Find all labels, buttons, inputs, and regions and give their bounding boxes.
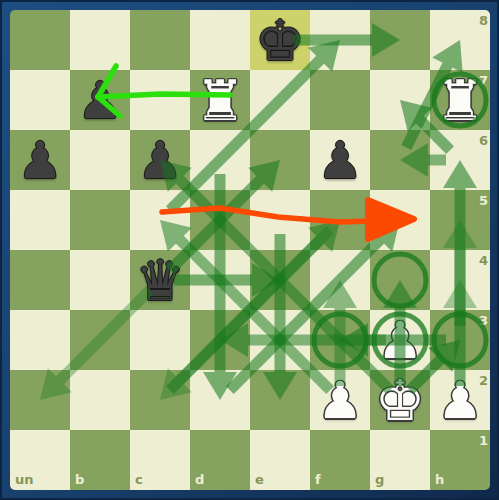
square-e6[interactable] xyxy=(250,130,310,190)
white-pawn-h2[interactable]: ♟ xyxy=(430,370,490,430)
square-b3[interactable] xyxy=(70,310,130,370)
square-b6[interactable] xyxy=(70,130,130,190)
square-d3[interactable] xyxy=(190,310,250,370)
black-pawn-a6[interactable]: ♟ xyxy=(10,130,70,190)
black-pawn-c6[interactable]: ♟ xyxy=(130,130,190,190)
file-label-c: c xyxy=(135,473,143,486)
rank-label-5: 5 xyxy=(479,194,488,207)
black-pawn-f6[interactable]: ♟ xyxy=(310,130,370,190)
square-a2[interactable] xyxy=(10,370,70,430)
file-label-e: e xyxy=(255,473,264,486)
white-pawn-f2[interactable]: ♟ xyxy=(310,370,370,430)
square-a8[interactable] xyxy=(10,10,70,70)
square-b2[interactable] xyxy=(70,370,130,430)
square-e7[interactable] xyxy=(250,70,310,130)
chess-board[interactable]: unbcdefgh87654321 ♚♟♜♜♟♟♟♛♟♟♚♟ xyxy=(10,10,490,490)
black-pawn-b7[interactable]: ♟ xyxy=(70,70,130,130)
square-f5[interactable] xyxy=(310,190,370,250)
square-c7[interactable] xyxy=(130,70,190,130)
square-d4[interactable] xyxy=(190,250,250,310)
square-f3[interactable] xyxy=(310,310,370,370)
square-d2[interactable] xyxy=(190,370,250,430)
square-e2[interactable] xyxy=(250,370,310,430)
square-b8[interactable] xyxy=(70,10,130,70)
square-a5[interactable] xyxy=(10,190,70,250)
square-d5[interactable] xyxy=(190,190,250,250)
square-f7[interactable] xyxy=(310,70,370,130)
square-e3[interactable] xyxy=(250,310,310,370)
square-g6[interactable] xyxy=(370,130,430,190)
square-c8[interactable] xyxy=(130,10,190,70)
white-king-g2[interactable]: ♚ xyxy=(370,370,430,430)
square-g8[interactable] xyxy=(370,10,430,70)
square-e5[interactable] xyxy=(250,190,310,250)
square-d8[interactable] xyxy=(190,10,250,70)
square-d6[interactable] xyxy=(190,130,250,190)
file-label-d: d xyxy=(195,473,204,486)
black-king-e8[interactable]: ♚ xyxy=(250,10,310,70)
black-queen-c4[interactable]: ♛ xyxy=(130,250,190,310)
white-rook-h7[interactable]: ♜ xyxy=(430,70,490,130)
square-f8[interactable] xyxy=(310,10,370,70)
rank-label-6: 6 xyxy=(479,134,488,147)
square-b5[interactable] xyxy=(70,190,130,250)
square-g5[interactable] xyxy=(370,190,430,250)
rank-label-4: 4 xyxy=(479,254,488,267)
square-a4[interactable] xyxy=(10,250,70,310)
white-pawn-g3[interactable]: ♟ xyxy=(370,310,430,370)
rank-label-3: 3 xyxy=(479,314,488,327)
square-c5[interactable] xyxy=(130,190,190,250)
rank-label-8: 8 xyxy=(479,14,488,27)
board-frame: unbcdefgh87654321 ♚♟♜♜♟♟♟♛♟♟♚♟ xyxy=(0,0,499,500)
square-a7[interactable] xyxy=(10,70,70,130)
square-c2[interactable] xyxy=(130,370,190,430)
file-label-f: f xyxy=(315,473,321,486)
file-label-g: g xyxy=(375,473,384,486)
square-g7[interactable] xyxy=(370,70,430,130)
square-f4[interactable] xyxy=(310,250,370,310)
rank-label-1: 1 xyxy=(479,434,488,447)
white-rook-d7[interactable]: ♜ xyxy=(190,70,250,130)
square-e4[interactable] xyxy=(250,250,310,310)
file-label-b: b xyxy=(75,473,84,486)
square-c3[interactable] xyxy=(130,310,190,370)
square-g4[interactable] xyxy=(370,250,430,310)
file-label-a: un xyxy=(15,473,34,486)
square-b4[interactable] xyxy=(70,250,130,310)
square-a3[interactable] xyxy=(10,310,70,370)
file-label-h: h xyxy=(435,473,444,486)
